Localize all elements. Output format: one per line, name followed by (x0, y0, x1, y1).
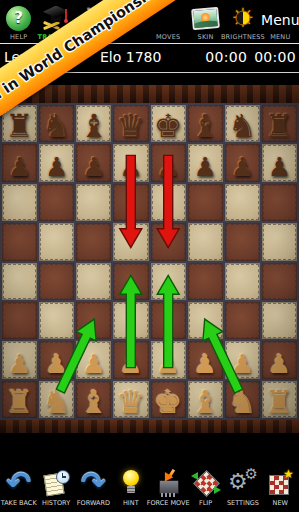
black-king[interactable]: ♚ (154, 109, 183, 143)
square-a6[interactable] (2, 184, 37, 221)
white-clock: 00:00 (205, 49, 247, 65)
white-knight[interactable]: ♞ (228, 385, 257, 419)
toolbar-item-help[interactable]: ? HELP (0, 0, 37, 43)
square-c6[interactable] (76, 184, 111, 221)
square-h6[interactable] (262, 184, 297, 221)
square-h8[interactable]: ♜ (262, 105, 297, 142)
black-pawn[interactable]: ♟ (194, 153, 217, 181)
square-b2[interactable]: ♟ (39, 341, 74, 378)
square-a3[interactable] (2, 302, 37, 339)
black-bishop[interactable]: ♝ (79, 109, 108, 143)
white-king[interactable]: ♚ (154, 385, 183, 419)
black-pawn[interactable]: ♟ (268, 153, 291, 181)
square-d4[interactable] (113, 263, 148, 300)
toolbar-label-menu: MENU (270, 33, 290, 41)
toolbar-label-help: HELP (10, 33, 27, 41)
square-f1[interactable]: ♝ (188, 381, 223, 418)
square-g8[interactable]: ♞ (225, 105, 260, 142)
white-pawn[interactable]: ♟ (194, 350, 217, 378)
square-h4[interactable] (262, 263, 297, 300)
square-d1[interactable]: ♛ (113, 381, 148, 418)
square-h5[interactable] (262, 223, 297, 260)
white-bishop[interactable]: ♝ (191, 385, 220, 419)
black-rook[interactable]: ♜ (265, 109, 294, 143)
settings-icon: ⚙⚙ (228, 466, 258, 499)
square-f4[interactable] (188, 263, 223, 300)
white-rook[interactable]: ♜ (5, 385, 34, 419)
black-clock: 00:00 (254, 49, 296, 65)
toolbar-item-menu[interactable]: Menu MENU (262, 0, 299, 43)
black-pawn[interactable]: ♟ (8, 153, 31, 181)
square-e6[interactable] (151, 184, 186, 221)
button-history[interactable]: HISTORY (37, 460, 74, 512)
board-frame-top (0, 85, 299, 103)
board-frame-bottom (0, 420, 299, 433)
square-a4[interactable] (2, 263, 37, 300)
square-c3[interactable] (76, 302, 111, 339)
square-f8[interactable]: ♝ (188, 105, 223, 142)
button-forward[interactable]: ↷ FORWARD (75, 460, 112, 512)
square-g4[interactable] (225, 263, 260, 300)
square-h7[interactable]: ♟ (262, 144, 297, 181)
button-new[interactable]: ★ NEW (262, 460, 299, 512)
black-pawn[interactable]: ♟ (45, 153, 68, 181)
button-hint[interactable]: HINT (112, 460, 149, 512)
square-c2[interactable]: ♟ (76, 341, 111, 378)
toolbar-item-skin[interactable]: SKIN (187, 0, 224, 43)
square-g1[interactable]: ♞ (225, 381, 260, 418)
square-e3[interactable] (151, 302, 186, 339)
square-d7[interactable]: ♟ (113, 144, 148, 181)
square-f6[interactable] (188, 184, 223, 221)
redo-icon: ↷ (81, 466, 106, 499)
white-pawn[interactable]: ♟ (45, 350, 68, 378)
square-f7[interactable]: ♟ (188, 144, 223, 181)
skin-icon (192, 3, 219, 33)
hint-icon (121, 466, 141, 499)
button-settings[interactable]: ⚙⚙ SETTINGS (224, 460, 261, 512)
black-queen[interactable]: ♛ (117, 109, 146, 143)
square-g3[interactable] (225, 302, 260, 339)
white-pawn[interactable]: ♟ (268, 350, 291, 378)
flip-icon (191, 466, 221, 499)
undo-icon: ↶ (6, 466, 31, 499)
white-pawn[interactable]: ♟ (82, 350, 105, 378)
white-pawn[interactable]: ♟ (8, 350, 31, 378)
square-b4[interactable] (39, 263, 74, 300)
square-e7[interactable]: ♟ (151, 144, 186, 181)
square-c5[interactable] (76, 223, 111, 260)
square-b1[interactable]: ♞ (39, 381, 74, 418)
square-e2[interactable]: ♟ (151, 341, 186, 378)
square-b3[interactable] (39, 302, 74, 339)
square-g5[interactable] (225, 223, 260, 260)
history-icon (43, 466, 70, 499)
square-b8[interactable]: ♞ (39, 105, 74, 142)
black-pawn[interactable]: ♟ (119, 153, 142, 181)
square-f2[interactable]: ♟ (188, 341, 223, 378)
button-force-move[interactable]: FORCE MOVE (150, 460, 187, 512)
square-a1[interactable]: ♜ (2, 381, 37, 418)
square-c1[interactable]: ♝ (76, 381, 111, 418)
toolbar-item-brightness[interactable]: ☀ BRIGHTNESS (224, 0, 261, 43)
level-elo-value: Elo 1780 (100, 49, 161, 65)
board-squares: ♜♞♝♛♚♝♞♜♟♟♟♟♟♟♟♟♟♟♟♟♟♟♟♟♜♞♝♛♚♝♞♜ (0, 103, 299, 420)
new-game-icon: ★ (267, 466, 294, 499)
black-pawn[interactable]: ♟ (231, 153, 254, 181)
square-a2[interactable]: ♟ (2, 341, 37, 378)
black-bishop[interactable]: ♝ (191, 109, 220, 143)
white-rook[interactable]: ♜ (265, 385, 294, 419)
bottom-toolbar: ↶ TAKE BACK HISTORY ↷ FORWARD HINT FORCE… (0, 460, 299, 512)
help-icon: ? (6, 3, 31, 33)
black-rook[interactable]: ♜ (5, 109, 34, 143)
square-c7[interactable]: ♟ (76, 144, 111, 181)
chess-board: ♜♞♝♛♚♝♞♜♟♟♟♟♟♟♟♟♟♟♟♟♟♟♟♟♜♞♝♛♚♝♞♜ (0, 85, 299, 433)
square-d2[interactable]: ♟ (113, 341, 148, 378)
square-b7[interactable]: ♟ (39, 144, 74, 181)
square-g6[interactable] (225, 184, 260, 221)
square-g7[interactable]: ♟ (225, 144, 260, 181)
square-e1[interactable]: ♚ (151, 381, 186, 418)
black-pawn[interactable]: ♟ (82, 153, 105, 181)
square-h1[interactable]: ♜ (262, 381, 297, 418)
square-c8[interactable]: ♝ (76, 105, 111, 142)
brightness-icon: ☀ (229, 3, 257, 33)
white-pawn[interactable]: ♟ (231, 350, 254, 378)
toolbar-label-moves: MOVES (156, 33, 180, 41)
button-take-back[interactable]: ↶ TAKE BACK (0, 460, 37, 512)
square-c4[interactable] (76, 263, 111, 300)
square-b5[interactable] (39, 223, 74, 260)
game-clocks: 00:0000:00 (198, 49, 296, 65)
button-flip[interactable]: FLIP (187, 460, 224, 512)
square-a5[interactable] (2, 223, 37, 260)
square-d8[interactable]: ♛ (113, 105, 148, 142)
square-e4[interactable] (151, 263, 186, 300)
square-b6[interactable] (39, 184, 74, 221)
square-g2[interactable]: ♟ (225, 341, 260, 378)
white-knight[interactable]: ♞ (42, 385, 71, 419)
square-e5[interactable] (151, 223, 186, 260)
square-e8[interactable]: ♚ (151, 105, 186, 142)
black-pawn[interactable]: ♟ (156, 153, 179, 181)
toolbar-label-brightness: BRIGHTNESS (221, 33, 265, 41)
chess-app-screen: ? HELP TRAINING ♜ MOVES SKIN (0, 0, 299, 512)
white-bishop[interactable]: ♝ (79, 385, 108, 419)
force-move-icon (153, 466, 183, 499)
black-knight[interactable]: ♞ (228, 109, 257, 143)
toolbar-label-skin: SKIN (198, 33, 214, 41)
square-a7[interactable]: ♟ (2, 144, 37, 181)
white-queen[interactable]: ♛ (117, 385, 146, 419)
square-h2[interactable]: ♟ (262, 341, 297, 378)
square-d5[interactable] (113, 223, 148, 260)
square-d3[interactable] (113, 302, 148, 339)
square-h3[interactable] (262, 302, 297, 339)
black-knight[interactable]: ♞ (42, 109, 71, 143)
white-pawn[interactable]: ♟ (119, 350, 142, 378)
white-pawn[interactable]: ♟ (156, 350, 179, 378)
square-d6[interactable] (113, 184, 148, 221)
menu-text: Menu (261, 3, 299, 33)
square-f5[interactable] (188, 223, 223, 260)
square-f3[interactable] (188, 302, 223, 339)
